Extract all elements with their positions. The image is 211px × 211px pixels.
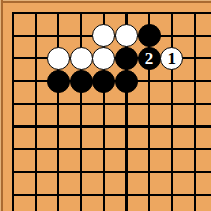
white-stone — [115, 24, 138, 47]
black-stone — [92, 70, 115, 93]
board-frame-left-edge — [0, 0, 3, 211]
black-stone — [138, 24, 161, 47]
move-2-black-stone: 2 — [138, 47, 161, 70]
white-stone — [92, 24, 115, 47]
black-stone — [47, 70, 70, 93]
move-1-white-stone: 1 — [160, 47, 183, 70]
black-stone — [115, 47, 138, 70]
move-number-label: 1 — [168, 49, 177, 66]
board-frame-top-edge — [0, 0, 211, 3]
black-stone — [70, 70, 93, 93]
white-stone — [47, 47, 70, 70]
black-stone — [115, 70, 138, 93]
move-number-label: 2 — [145, 49, 154, 66]
white-stone — [70, 47, 93, 70]
board-stones-layer: 21 — [2, 2, 206, 206]
go-board-diagram: 21 — [0, 0, 211, 211]
white-stone — [92, 47, 115, 70]
